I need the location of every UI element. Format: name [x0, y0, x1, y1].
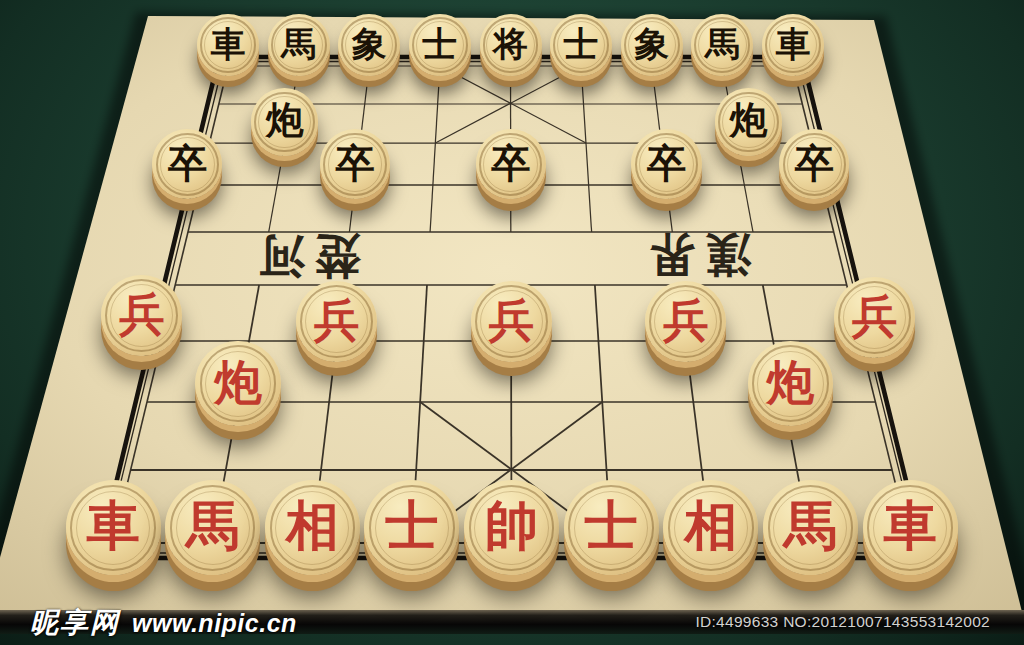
- piece-black-soldier: 卒: [476, 129, 546, 199]
- piece-black-elephant: 象: [621, 14, 683, 76]
- piece-black-advisor: 士: [409, 14, 471, 76]
- piece-black-advisor: 士: [550, 14, 612, 76]
- piece-glyph: 士: [585, 500, 638, 553]
- piece-black-soldier: 卒: [320, 129, 390, 199]
- piece-glyph: 炮: [214, 359, 262, 407]
- piece-red-horse: 馬: [165, 480, 260, 575]
- piece-glyph: 士: [385, 500, 438, 553]
- piece-glyph: 象: [352, 27, 387, 62]
- piece-black-general: 将: [480, 14, 542, 76]
- piece-glyph: 相: [684, 500, 737, 553]
- piece-black-cannon: 炮: [251, 88, 318, 155]
- piece-glyph: 象: [634, 27, 669, 62]
- piece-glyph: 将: [493, 27, 528, 62]
- piece-glyph: 炮: [730, 102, 768, 140]
- piece-red-chariot: 車: [863, 480, 958, 575]
- piece-black-cannon: 炮: [715, 88, 782, 155]
- piece-red-soldier: 兵: [296, 281, 377, 362]
- piece-glyph: 士: [423, 27, 458, 62]
- pieces-layer: 車馬象士将士象馬車炮炮卒卒卒卒卒兵兵兵兵兵炮炮車馬相士帥士相馬車: [0, 0, 1024, 645]
- piece-glyph: 卒: [168, 144, 207, 183]
- piece-red-elephant: 相: [265, 480, 360, 575]
- piece-glyph: 馬: [186, 500, 239, 553]
- piece-glyph: 帥: [485, 500, 538, 553]
- photo-stage: 楚河漢界 車馬象士将士象馬車炮炮卒卒卒卒卒兵兵兵兵兵炮炮車馬相士帥士相馬車 昵享…: [0, 0, 1024, 645]
- piece-red-advisor: 士: [364, 480, 459, 575]
- piece-red-cannon: 炮: [195, 341, 280, 426]
- piece-red-cannon: 炮: [748, 341, 833, 426]
- piece-glyph: 馬: [705, 27, 740, 62]
- piece-glyph: 兵: [663, 298, 708, 343]
- piece-red-soldier: 兵: [645, 281, 726, 362]
- piece-glyph: 卒: [491, 144, 530, 183]
- piece-glyph: 兵: [314, 298, 359, 343]
- piece-glyph: 卒: [647, 144, 686, 183]
- piece-red-general: 帥: [464, 480, 559, 575]
- piece-black-horse: 馬: [268, 14, 330, 76]
- piece-glyph: 兵: [488, 298, 533, 343]
- piece-glyph: 車: [86, 500, 139, 553]
- piece-red-soldier: 兵: [471, 281, 552, 362]
- piece-black-soldier: 卒: [779, 129, 849, 199]
- piece-glyph: 卒: [335, 144, 374, 183]
- piece-glyph: 兵: [119, 292, 164, 337]
- piece-black-soldier: 卒: [631, 129, 701, 199]
- piece-red-soldier: 兵: [834, 277, 915, 358]
- piece-black-chariot: 車: [762, 14, 824, 76]
- piece-black-horse: 馬: [691, 14, 753, 76]
- piece-red-chariot: 車: [66, 480, 161, 575]
- piece-glyph: 車: [883, 500, 936, 553]
- piece-black-elephant: 象: [338, 14, 400, 76]
- piece-glyph: 卒: [795, 144, 834, 183]
- piece-glyph: 士: [564, 27, 599, 62]
- piece-glyph: 相: [286, 500, 339, 553]
- piece-red-horse: 馬: [763, 480, 858, 575]
- piece-glyph: 馬: [784, 500, 837, 553]
- piece-glyph: 車: [776, 27, 811, 62]
- piece-black-soldier: 卒: [152, 129, 222, 199]
- piece-red-elephant: 相: [663, 480, 758, 575]
- piece-glyph: 炮: [766, 359, 814, 407]
- piece-glyph: 車: [211, 27, 246, 62]
- piece-black-chariot: 車: [197, 14, 259, 76]
- piece-glyph: 兵: [852, 294, 897, 339]
- piece-red-soldier: 兵: [101, 275, 182, 356]
- piece-red-advisor: 士: [564, 480, 659, 575]
- piece-glyph: 炮: [266, 102, 304, 140]
- piece-glyph: 馬: [281, 27, 316, 62]
